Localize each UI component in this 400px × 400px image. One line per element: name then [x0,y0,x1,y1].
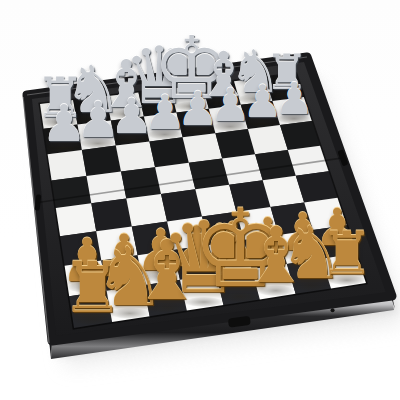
silver-pawn-glyph: ♟ [275,77,314,121]
product-photo-stage: ♜♞♝♛♚♝♞♜♟♟♟♟♟♟♟♟♟♟♟♟♟♟♟♟♜♞♝♛♚♝♞♜ [0,0,400,400]
gold-rook-glyph: ♜ [320,224,373,284]
pieces-layer: ♜♞♝♛♚♝♞♜♟♟♟♟♟♟♟♟♟♟♟♟♟♟♟♟♜♞♝♛♚♝♞♜ [0,0,400,400]
